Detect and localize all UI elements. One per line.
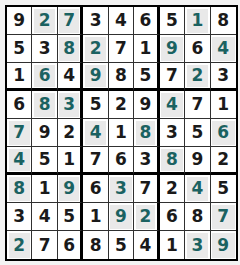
- cell-digit: 2: [191, 67, 203, 84]
- cell-background: 4: [59, 65, 78, 87]
- sudoku-cell-r7c5[interactable]: 3: [109, 175, 134, 203]
- sudoku-cell-r1c2[interactable]: 2: [32, 7, 57, 35]
- sudoku-cell-r2c1[interactable]: 5: [7, 35, 32, 63]
- cell-digit: 3: [115, 180, 127, 197]
- cell-background: 1: [9, 65, 30, 87]
- cell-background: 8: [9, 177, 30, 201]
- cell-background: 8: [212, 9, 234, 33]
- cell-digit: 7: [166, 67, 178, 84]
- cell-digit: 2: [140, 208, 152, 225]
- cell-background: 7: [85, 149, 106, 171]
- cell-background: 6: [85, 177, 106, 201]
- cell-background: 6: [136, 9, 155, 33]
- cell-background: 9: [161, 37, 182, 61]
- cell-background: 6: [187, 37, 208, 61]
- cell-background: 3: [212, 65, 234, 87]
- cell-background: 1: [34, 177, 55, 201]
- cell-digit: 3: [217, 67, 229, 84]
- cell-digit: 6: [13, 96, 25, 113]
- cell-digit: 6: [39, 67, 51, 84]
- cell-digit: 7: [115, 40, 127, 57]
- cell-background: 2: [9, 233, 30, 258]
- cell-background: 7: [59, 9, 78, 33]
- sudoku-cell-r2c7[interactable]: 9: [160, 35, 185, 63]
- cell-background: 1: [187, 9, 208, 33]
- sudoku-cell-r8c6[interactable]: 2: [134, 203, 159, 231]
- sudoku-cell-r9c1[interactable]: 2: [7, 231, 32, 259]
- cell-digit: 1: [63, 151, 75, 168]
- cell-digit: 2: [115, 96, 127, 113]
- cell-background: 4: [9, 149, 30, 171]
- cell-background: 4: [85, 121, 106, 145]
- cell-digit: 6: [140, 12, 152, 29]
- sudoku-cell-r8c8[interactable]: 8: [185, 203, 210, 231]
- cell-digit: 1: [13, 67, 25, 84]
- cell-digit: 2: [63, 124, 75, 141]
- sudoku-cell-r1c9[interactable]: 8: [211, 7, 236, 35]
- cell-digit: 3: [140, 151, 152, 168]
- cell-background: 4: [34, 205, 55, 229]
- cell-digit: 1: [115, 124, 127, 141]
- sudoku-cell-r7c7[interactable]: 2: [160, 175, 185, 203]
- cell-digit: 5: [13, 40, 25, 57]
- sudoku-cell-r2c9[interactable]: 4: [211, 35, 236, 63]
- cell-digit: 2: [39, 12, 51, 29]
- cell-digit: 3: [63, 96, 75, 113]
- sudoku-cell-r3c8[interactable]: 2: [185, 63, 210, 91]
- sudoku-cell-r7c4[interactable]: 6: [83, 175, 108, 203]
- sudoku-cell-r5c6[interactable]: 8: [134, 119, 159, 147]
- cell-digit: 9: [166, 40, 178, 57]
- cell-digit: 6: [115, 151, 127, 168]
- cell-digit: 9: [39, 124, 51, 141]
- sudoku-cell-r9c2[interactable]: 7: [32, 231, 57, 259]
- cell-digit: 9: [217, 237, 229, 254]
- cell-background: 5: [187, 121, 208, 145]
- sudoku-cell-r7c3[interactable]: 9: [58, 175, 83, 203]
- cell-digit: 4: [90, 124, 102, 141]
- cell-digit: 1: [217, 96, 229, 113]
- cell-digit: 9: [90, 67, 102, 84]
- cell-background: 3: [136, 149, 155, 171]
- cell-background: 2: [212, 149, 234, 171]
- cell-digit: 7: [13, 124, 25, 141]
- cell-digit: 4: [39, 208, 51, 225]
- cell-background: 5: [85, 93, 106, 117]
- sudoku-cell-r5c7[interactable]: 3: [160, 119, 185, 147]
- cell-digit: 7: [217, 208, 229, 225]
- cell-background: 8: [85, 233, 106, 258]
- cell-background: 9: [212, 233, 234, 258]
- cell-background: 1: [212, 93, 234, 117]
- sudoku-cell-r6c4[interactable]: 7: [83, 147, 108, 175]
- sudoku-cell-r3c3[interactable]: 4: [58, 63, 83, 91]
- sudoku-cell-r7c1[interactable]: 8: [7, 175, 32, 203]
- sudoku-cell-r5c1[interactable]: 7: [7, 119, 32, 147]
- sudoku-cell-r6c5[interactable]: 6: [109, 147, 134, 175]
- cell-digit: 2: [13, 237, 25, 254]
- sudoku-cell-r9c6[interactable]: 4: [134, 231, 159, 259]
- sudoku-cell-r7c9[interactable]: 5: [211, 175, 236, 203]
- cell-background: 5: [136, 65, 155, 87]
- cell-digit: 5: [39, 151, 51, 168]
- sudoku-cell-r4c4[interactable]: 5: [83, 91, 108, 119]
- cell-background: 8: [187, 205, 208, 229]
- sudoku-cell-r9c8[interactable]: 3: [185, 231, 210, 259]
- cell-digit: 4: [63, 67, 75, 84]
- sudoku-cell-r2c3[interactable]: 8: [58, 35, 83, 63]
- sudoku-cell-r7c2[interactable]: 1: [32, 175, 57, 203]
- cell-background: 7: [161, 65, 182, 87]
- cell-background: 9: [34, 121, 55, 145]
- sudoku-cell-r4c7[interactable]: 4: [160, 91, 185, 119]
- cell-digit: 6: [191, 40, 203, 57]
- cell-digit: 2: [217, 151, 229, 168]
- cell-digit: 9: [63, 180, 75, 197]
- cell-background: 5: [212, 177, 234, 201]
- cell-digit: 2: [90, 40, 102, 57]
- sudoku-cell-r3c6[interactable]: 5: [134, 63, 159, 91]
- cell-digit: 9: [13, 12, 25, 29]
- sudoku-cell-r4c2[interactable]: 8: [32, 91, 57, 119]
- cell-digit: 5: [140, 67, 152, 84]
- cell-digit: 8: [90, 237, 102, 254]
- cell-digit: 3: [166, 124, 178, 141]
- sudoku-cell-r1c4[interactable]: 3: [83, 7, 108, 35]
- cell-digit: 7: [191, 96, 203, 113]
- sudoku-cell-r6c3[interactable]: 1: [58, 147, 83, 175]
- cell-background: 4: [161, 93, 182, 117]
- cell-digit: 3: [39, 40, 51, 57]
- cell-digit: 9: [115, 208, 127, 225]
- cell-digit: 1: [140, 40, 152, 57]
- cell-background: 2: [187, 65, 208, 87]
- cell-background: 2: [161, 177, 182, 201]
- cell-digit: 3: [90, 12, 102, 29]
- cell-background: 1: [59, 149, 78, 171]
- sudoku-cell-r7c6[interactable]: 7: [134, 175, 159, 203]
- cell-background: 2: [136, 205, 155, 229]
- sudoku-cell-r1c3[interactable]: 7: [58, 7, 83, 35]
- cell-background: 7: [136, 177, 155, 201]
- sudoku-cell-r6c7[interactable]: 8: [160, 147, 185, 175]
- cell-digit: 4: [191, 180, 203, 197]
- cell-digit: 4: [115, 12, 127, 29]
- cell-background: 5: [9, 37, 30, 61]
- cell-background: 5: [161, 9, 182, 33]
- cell-background: 8: [161, 149, 182, 171]
- sudoku-cell-r5c9[interactable]: 6: [211, 119, 236, 147]
- sudoku-cell-r8c1[interactable]: 3: [7, 203, 32, 231]
- sudoku-cell-r7c8[interactable]: 4: [185, 175, 210, 203]
- cell-digit: 9: [191, 151, 203, 168]
- cell-digit: 8: [13, 180, 25, 197]
- cell-background: 3: [9, 205, 30, 229]
- sudoku-cell-r1c7[interactable]: 5: [160, 7, 185, 35]
- sudoku-cell-r3c2[interactable]: 6: [32, 63, 57, 91]
- cell-digit: 1: [191, 12, 203, 29]
- sudoku-cell-r8c3[interactable]: 5: [58, 203, 83, 231]
- cell-background: 9: [59, 177, 78, 201]
- cell-digit: 8: [39, 96, 51, 113]
- cell-background: 8: [136, 121, 155, 145]
- sudoku-cell-r8c9[interactable]: 7: [211, 203, 236, 231]
- cell-background: 6: [161, 205, 182, 229]
- cell-background: 4: [110, 9, 131, 33]
- cell-digit: 6: [90, 180, 102, 197]
- cell-background: 9: [85, 65, 106, 87]
- sudoku-cell-r6c9[interactable]: 2: [211, 147, 236, 175]
- sudoku-cell-r9c5[interactable]: 5: [109, 231, 134, 259]
- sudoku-cell-r6c2[interactable]: 5: [32, 147, 57, 175]
- cell-digit: 6: [166, 208, 178, 225]
- cell-background: 3: [110, 177, 131, 201]
- cell-background: 1: [85, 205, 106, 229]
- sudoku-cell-r2c2[interactable]: 3: [32, 35, 57, 63]
- cell-digit: 4: [13, 151, 25, 168]
- cell-background: 7: [187, 93, 208, 117]
- sudoku-cell-r2c6[interactable]: 1: [134, 35, 159, 63]
- cell-background: 6: [110, 149, 131, 171]
- sudoku-cell-r9c4[interactable]: 8: [83, 231, 108, 259]
- cell-digit: 8: [140, 124, 152, 141]
- cell-background: 3: [161, 121, 182, 145]
- cell-digit: 4: [217, 40, 229, 57]
- cell-digit: 7: [90, 151, 102, 168]
- cell-digit: 4: [166, 96, 178, 113]
- cell-background: 7: [34, 233, 55, 258]
- sudoku-cell-r4c1[interactable]: 6: [7, 91, 32, 119]
- cell-background: 8: [110, 65, 131, 87]
- sudoku-cell-r1c8[interactable]: 1: [185, 7, 210, 35]
- cell-digit: 1: [90, 208, 102, 225]
- cell-background: 2: [59, 121, 78, 145]
- sudoku-cell-r4c6[interactable]: 9: [134, 91, 159, 119]
- sudoku-cell-r2c5[interactable]: 7: [109, 35, 134, 63]
- cell-background: 5: [59, 205, 78, 229]
- cell-background: 5: [34, 149, 55, 171]
- cell-background: 2: [85, 37, 106, 61]
- cell-background: 3: [85, 9, 106, 33]
- cell-background: 6: [34, 65, 55, 87]
- cell-background: 9: [110, 205, 131, 229]
- sudoku-cell-r5c5[interactable]: 1: [109, 119, 134, 147]
- cell-background: 1: [161, 233, 182, 258]
- sudoku-cell-r2c4[interactable]: 2: [83, 35, 108, 63]
- cell-digit: 1: [166, 237, 178, 254]
- cell-background: 3: [34, 37, 55, 61]
- cell-digit: 3: [13, 208, 25, 225]
- sudoku-cell-r2c8[interactable]: 6: [185, 35, 210, 63]
- sudoku-cell-r9c9[interactable]: 9: [211, 231, 236, 259]
- cell-digit: 5: [63, 208, 75, 225]
- cell-background: 2: [34, 9, 55, 33]
- cell-background: 4: [187, 177, 208, 201]
- cell-digit: 5: [191, 124, 203, 141]
- cell-digit: 8: [166, 151, 178, 168]
- cell-background: 6: [9, 93, 30, 117]
- cell-background: 8: [59, 37, 78, 61]
- sudoku-cell-r5c8[interactable]: 5: [185, 119, 210, 147]
- cell-digit: 8: [115, 67, 127, 84]
- cell-background: 1: [110, 121, 131, 145]
- sudoku-cell-r3c4[interactable]: 9: [83, 63, 108, 91]
- sudoku-cell-r5c3[interactable]: 2: [58, 119, 83, 147]
- cell-digit: 5: [217, 180, 229, 197]
- cell-background: 9: [187, 149, 208, 171]
- cell-digit: 7: [39, 237, 51, 254]
- sudoku-cell-r6c1[interactable]: 4: [7, 147, 32, 175]
- cell-digit: 5: [166, 12, 178, 29]
- sudoku-cell-r3c9[interactable]: 3: [211, 63, 236, 91]
- sudoku-cell-r8c4[interactable]: 1: [83, 203, 108, 231]
- sudoku-cell-r3c5[interactable]: 8: [109, 63, 134, 91]
- sudoku-cell-r8c2[interactable]: 4: [32, 203, 57, 231]
- sudoku-cell-r1c5[interactable]: 4: [109, 7, 134, 35]
- cell-background: 4: [212, 37, 234, 61]
- cell-background: 3: [187, 233, 208, 258]
- cell-background: 7: [9, 121, 30, 145]
- sudoku-board: 9273465185382719641649857236835294717924…: [5, 5, 238, 261]
- sudoku-cell-r1c1[interactable]: 9: [7, 7, 32, 35]
- cell-background: 6: [212, 121, 234, 145]
- cell-digit: 3: [191, 237, 203, 254]
- cell-background: 1: [136, 37, 155, 61]
- cell-digit: 9: [140, 96, 152, 113]
- cell-background: 4: [136, 233, 155, 258]
- cell-digit: 8: [191, 208, 203, 225]
- cell-digit: 6: [63, 237, 75, 254]
- sudoku-cell-r9c7[interactable]: 1: [160, 231, 185, 259]
- cell-digit: 8: [217, 12, 229, 29]
- cell-digit: 5: [90, 96, 102, 113]
- sudoku-cell-r4c8[interactable]: 7: [185, 91, 210, 119]
- sudoku-cell-r3c1[interactable]: 1: [7, 63, 32, 91]
- cell-background: 7: [212, 205, 234, 229]
- sudoku-cell-r9c3[interactable]: 6: [58, 231, 83, 259]
- cell-digit: 1: [39, 180, 51, 197]
- sudoku-cell-r8c7[interactable]: 6: [160, 203, 185, 231]
- sudoku-cell-r5c2[interactable]: 9: [32, 119, 57, 147]
- cell-digit: 6: [217, 124, 229, 141]
- cell-background: 2: [110, 93, 131, 117]
- sudoku-cell-r6c6[interactable]: 3: [134, 147, 159, 175]
- cell-digit: 8: [63, 40, 75, 57]
- cell-background: 5: [110, 233, 131, 258]
- cell-background: 6: [59, 233, 78, 258]
- cell-digit: 7: [140, 180, 152, 197]
- sudoku-cell-r5c4[interactable]: 4: [83, 119, 108, 147]
- cell-digit: 5: [115, 237, 127, 254]
- cell-background: 9: [9, 9, 30, 33]
- sudoku-cell-r4c9[interactable]: 1: [211, 91, 236, 119]
- cell-background: 9: [136, 93, 155, 117]
- cell-digit: 2: [166, 180, 178, 197]
- cell-background: 3: [59, 93, 78, 117]
- cell-background: 7: [110, 37, 131, 61]
- cell-digit: 7: [63, 12, 75, 29]
- sudoku-cell-r6c8[interactable]: 9: [185, 147, 210, 175]
- sudoku-cell-r4c3[interactable]: 3: [58, 91, 83, 119]
- sudoku-cell-r1c6[interactable]: 6: [134, 7, 159, 35]
- cell-background: 8: [34, 93, 55, 117]
- sudoku-cell-r3c7[interactable]: 7: [160, 63, 185, 91]
- sudoku-cell-r4c5[interactable]: 2: [109, 91, 134, 119]
- cell-digit: 4: [140, 237, 152, 254]
- sudoku-cell-r8c5[interactable]: 9: [109, 203, 134, 231]
